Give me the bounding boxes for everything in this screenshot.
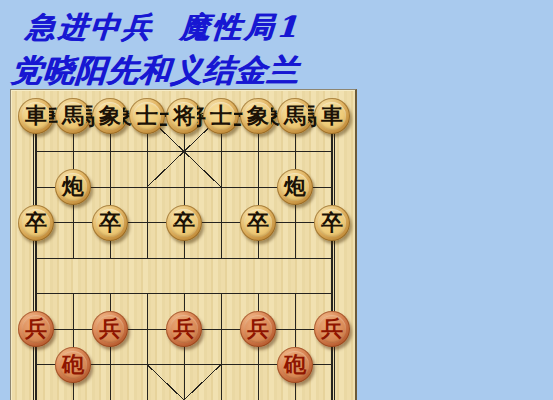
piece-character: 卒	[99, 212, 121, 234]
piece-character: 象	[247, 105, 269, 127]
piece-black-advisor[interactable]: 士	[203, 98, 239, 134]
piece-black-soldier[interactable]: 卒	[314, 205, 350, 241]
piece-black-advisor[interactable]: 士	[129, 98, 165, 134]
players-title-line2: 党晓阳先和义结金兰	[10, 50, 301, 92]
piece-character: 兵	[321, 318, 343, 340]
piece-character: 卒	[25, 212, 47, 234]
piece-black-elephant[interactable]: 象	[92, 98, 128, 134]
piece-red-soldier[interactable]: 兵	[92, 311, 128, 347]
piece-character: 車	[321, 105, 343, 127]
piece-black-chariot[interactable]: 車	[314, 98, 350, 134]
piece-black-soldier[interactable]: 卒	[166, 205, 202, 241]
piece-character: 士	[136, 105, 158, 127]
app-window: 急进中兵 魔性局1 党晓阳先和义结金兰 車馬象士将士象馬車炮炮卒卒卒卒卒兵兵兵兵…	[0, 0, 553, 400]
piece-character: 炮	[62, 176, 84, 198]
piece-character: 兵	[99, 318, 121, 340]
piece-red-soldier[interactable]: 兵	[314, 311, 350, 347]
piece-black-soldier[interactable]: 卒	[18, 205, 54, 241]
piece-red-soldier[interactable]: 兵	[18, 311, 54, 347]
piece-character: 象	[99, 105, 121, 127]
piece-black-horse[interactable]: 馬	[55, 98, 91, 134]
piece-character: 砲	[62, 354, 84, 376]
piece-black-chariot[interactable]: 車	[18, 98, 54, 134]
piece-character: 車	[25, 105, 47, 127]
piece-character: 将	[173, 105, 195, 127]
game-title-line1: 急进中兵 魔性局1	[25, 8, 301, 48]
piece-black-horse[interactable]: 馬	[277, 98, 313, 134]
piece-character: 士	[210, 105, 232, 127]
piece-character: 砲	[284, 354, 306, 376]
piece-character: 兵	[25, 318, 47, 340]
piece-red-cannon[interactable]: 砲	[55, 347, 91, 383]
piece-black-elephant[interactable]: 象	[240, 98, 276, 134]
piece-character: 兵	[247, 318, 269, 340]
piece-black-general[interactable]: 将	[166, 98, 202, 134]
piece-character: 卒	[321, 212, 343, 234]
piece-character: 卒	[173, 212, 195, 234]
piece-black-cannon[interactable]: 炮	[277, 169, 313, 205]
piece-black-soldier[interactable]: 卒	[92, 205, 128, 241]
piece-red-soldier[interactable]: 兵	[240, 311, 276, 347]
piece-character: 兵	[173, 318, 195, 340]
piece-character: 卒	[247, 212, 269, 234]
piece-character: 馬	[62, 105, 84, 127]
piece-red-cannon[interactable]: 砲	[277, 347, 313, 383]
piece-black-soldier[interactable]: 卒	[240, 205, 276, 241]
piece-red-soldier[interactable]: 兵	[166, 311, 202, 347]
piece-black-cannon[interactable]: 炮	[55, 169, 91, 205]
piece-character: 炮	[284, 176, 306, 198]
xiangqi-board[interactable]: 車馬象士将士象馬車炮炮卒卒卒卒卒兵兵兵兵兵砲砲車馬象士将士象馬	[10, 89, 357, 400]
piece-character: 馬	[284, 105, 306, 127]
